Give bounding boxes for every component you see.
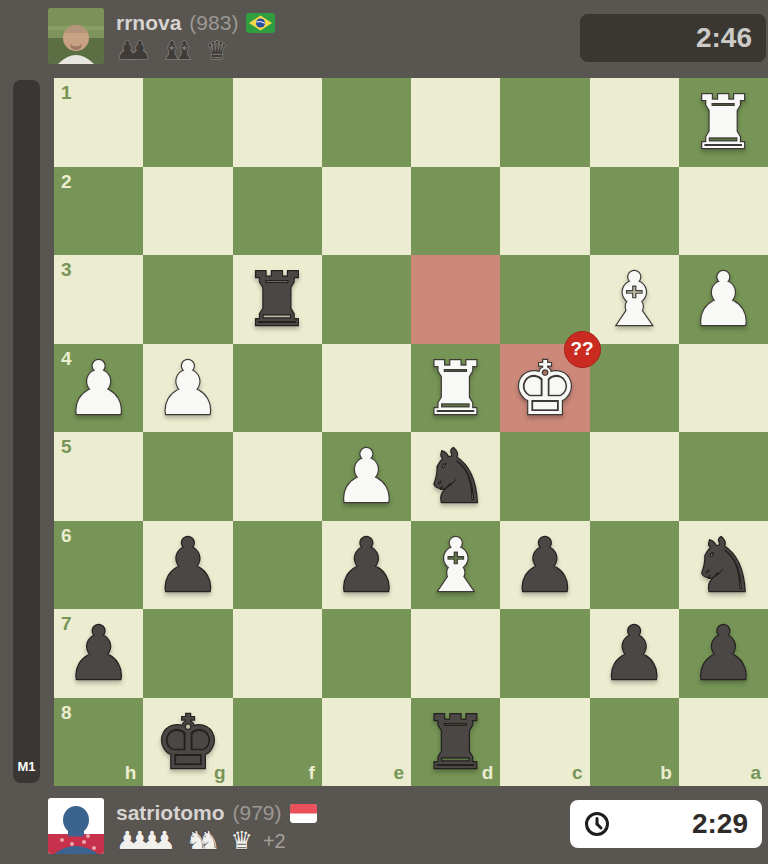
bottom-player-default-avatar [48, 798, 104, 854]
top-player-info: rrnova (983) ♟♟ ♝♝ ♛ [116, 8, 596, 64]
rank-label-2: 2 [61, 172, 72, 191]
top-player-photo [48, 8, 104, 64]
square-c5[interactable] [500, 432, 589, 521]
piece-wR-a1[interactable]: ♜ [679, 78, 768, 167]
piece-wP-h4[interactable]: ♟ [54, 344, 143, 433]
bottom-player-rating: (979) [233, 801, 282, 825]
square-b7[interactable]: ♟ [590, 609, 679, 698]
blunder-badge: ?? [564, 331, 601, 368]
square-c1[interactable] [500, 78, 589, 167]
piece-wP-e5[interactable]: ♟ [322, 432, 411, 521]
piece-bP-a7[interactable]: ♟ [679, 609, 768, 698]
square-b5[interactable] [590, 432, 679, 521]
bottom-clock-time: 2:29 [692, 808, 762, 840]
piece-bN-d5[interactable]: ♞ [411, 432, 500, 521]
square-f8[interactable]: f [233, 698, 322, 787]
square-e4[interactable] [322, 344, 411, 433]
square-e1[interactable] [322, 78, 411, 167]
rank-label-8: 8 [61, 703, 72, 722]
square-d8[interactable]: d♜ [411, 698, 500, 787]
square-g7[interactable] [143, 609, 232, 698]
square-c2[interactable] [500, 167, 589, 256]
rank-label-3: 3 [61, 260, 72, 279]
square-g2[interactable] [143, 167, 232, 256]
piece-bP-g6[interactable]: ♟ [143, 521, 232, 610]
file-label-c: c [572, 763, 583, 782]
bottom-player-avatar[interactable] [48, 798, 104, 854]
piece-bK-g8[interactable]: ♚ [143, 698, 232, 787]
piece-wR-d4[interactable]: ♜ [411, 344, 500, 433]
piece-bP-e6[interactable]: ♟ [322, 521, 411, 610]
piece-bP-b7[interactable]: ♟ [590, 609, 679, 698]
square-g4[interactable]: ♟ [143, 344, 232, 433]
square-a7[interactable]: ♟ [679, 609, 768, 698]
square-d5[interactable]: ♞ [411, 432, 500, 521]
square-b2[interactable] [590, 167, 679, 256]
brazil-flag-icon [246, 13, 275, 33]
square-c3[interactable] [500, 255, 589, 344]
captured-pawns-group: ♟♟♟♟ [116, 828, 176, 854]
square-c7[interactable] [500, 609, 589, 698]
square-b8[interactable]: b [590, 698, 679, 787]
evaluation-bar: M1 [13, 80, 40, 783]
square-g1[interactable] [143, 78, 232, 167]
file-label-b: b [660, 763, 672, 782]
piece-bR-f3[interactable]: ♜ [233, 255, 322, 344]
square-a8[interactable]: a [679, 698, 768, 787]
square-g6[interactable]: ♟ [143, 521, 232, 610]
square-g8[interactable]: g♚ [143, 698, 232, 787]
top-player-clock: 2:46 [580, 14, 766, 62]
square-e7[interactable] [322, 609, 411, 698]
evaluation-label: M1 [13, 759, 40, 774]
square-a1[interactable]: ♜ [679, 78, 768, 167]
bottom-player-name-row: satriotomo (979) [116, 800, 596, 826]
square-f1[interactable] [233, 78, 322, 167]
square-h3[interactable]: 3 [54, 255, 143, 344]
file-label-e: e [393, 763, 404, 782]
square-d1[interactable] [411, 78, 500, 167]
square-h7[interactable]: 7♟ [54, 609, 143, 698]
square-h4[interactable]: 4♟ [54, 344, 143, 433]
square-b4[interactable] [590, 344, 679, 433]
square-d7[interactable] [411, 609, 500, 698]
square-d6[interactable]: ♝ [411, 521, 500, 610]
rank-label-6: 6 [61, 526, 72, 545]
square-g3[interactable] [143, 255, 232, 344]
rank-label-5: 5 [61, 437, 72, 456]
bottom-player-clock: 2:29 [570, 800, 762, 848]
square-h2[interactable]: 2 [54, 167, 143, 256]
indonesia-flag-icon [290, 804, 317, 823]
square-c6[interactable]: ♟ [500, 521, 589, 610]
square-a5[interactable] [679, 432, 768, 521]
square-a2[interactable] [679, 167, 768, 256]
file-label-f: f [308, 763, 314, 782]
square-f2[interactable] [233, 167, 322, 256]
rank-label-1: 1 [61, 83, 72, 102]
square-a4[interactable] [679, 344, 768, 433]
square-g5[interactable] [143, 432, 232, 521]
square-h6[interactable]: 6 [54, 521, 143, 610]
square-f5[interactable] [233, 432, 322, 521]
piece-bR-d8[interactable]: ♜ [411, 698, 500, 787]
square-d2[interactable] [411, 167, 500, 256]
top-clock-time: 2:46 [696, 22, 766, 54]
bottom-player-name[interactable]: satriotomo [116, 801, 225, 825]
square-h8[interactable]: 8h [54, 698, 143, 787]
piece-bP-c6[interactable]: ♟ [500, 521, 589, 610]
square-f3[interactable]: ♜ [233, 255, 322, 344]
piece-wB-b3[interactable]: ♝ [590, 255, 679, 344]
top-player-name[interactable]: rrnova [116, 11, 181, 35]
piece-wB-d6[interactable]: ♝ [411, 521, 500, 610]
chess-board[interactable]: 1♜23♜♝♟4♟♟♜♚5♟♞6♟♟♝♟♞7♟♟♟8hg♚fed♜cba?? [54, 78, 768, 786]
material-advantage: +2 [263, 828, 286, 854]
bottom-player-captured-pieces: ♟♟♟♟ ♞♞ ♛ +2 [116, 828, 596, 854]
square-e5[interactable]: ♟ [322, 432, 411, 521]
top-player-captured-pieces: ♟♟ ♝♝ ♛ [116, 38, 596, 64]
captured-queen-group: ♛ [206, 38, 228, 64]
piece-wP-g4[interactable]: ♟ [143, 344, 232, 433]
captured-bishops-group: ♝♝ [161, 38, 196, 64]
square-a3[interactable]: ♟ [679, 255, 768, 344]
piece-bN-a6[interactable]: ♞ [679, 521, 768, 610]
square-b6[interactable] [590, 521, 679, 610]
square-e6[interactable]: ♟ [322, 521, 411, 610]
captured-knights-group: ♞♞ [186, 828, 221, 854]
square-f7[interactable] [233, 609, 322, 698]
top-player-rating: (983) [189, 11, 238, 35]
square-e2[interactable] [322, 167, 411, 256]
square-d4[interactable]: ♜ [411, 344, 500, 433]
square-c8[interactable]: c [500, 698, 589, 787]
square-f4[interactable] [233, 344, 322, 433]
square-h5[interactable]: 5 [54, 432, 143, 521]
top-player-name-row: rrnova (983) [116, 10, 596, 36]
app-root: { "game": "chess", "position": { "fen": … [0, 0, 768, 864]
clock-icon [584, 811, 610, 837]
file-label-a: a [750, 763, 761, 782]
square-h1[interactable]: 1 [54, 78, 143, 167]
square-b3[interactable]: ♝ [590, 255, 679, 344]
piece-bP-h7[interactable]: ♟ [54, 609, 143, 698]
captured-queen-group: ♛ [230, 828, 252, 854]
square-d3[interactable] [411, 255, 500, 344]
square-f6[interactable] [233, 521, 322, 610]
piece-wP-a3[interactable]: ♟ [679, 255, 768, 344]
bottom-player-info: satriotomo (979) ♟♟♟♟ ♞♞ ♛ +2 [116, 798, 596, 854]
square-e8[interactable]: e [322, 698, 411, 787]
captured-pawns-group: ♟♟ [116, 38, 151, 64]
square-e3[interactable] [322, 255, 411, 344]
top-player-avatar[interactable] [48, 8, 104, 64]
square-a6[interactable]: ♞ [679, 521, 768, 610]
file-label-h: h [125, 763, 137, 782]
square-b1[interactable] [590, 78, 679, 167]
